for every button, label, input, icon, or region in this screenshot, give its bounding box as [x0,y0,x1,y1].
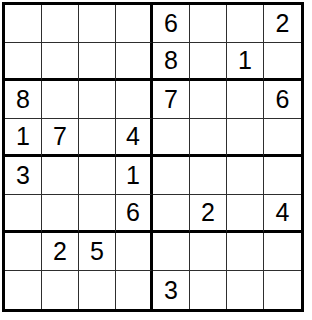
cell-r4c8[interactable] [264,119,301,157]
cell-r2c5[interactable]: 8 [153,43,190,81]
cell-r8c2[interactable] [42,271,79,309]
cell-r3c2[interactable] [42,81,79,119]
cell-r2c6[interactable] [190,43,227,81]
cell-r7c8[interactable] [264,233,301,271]
cell-r7c1[interactable] [5,233,42,271]
cell-r4c4[interactable]: 4 [116,119,153,157]
cell-r1c4[interactable] [116,5,153,43]
cell-r4c3[interactable] [79,119,116,157]
cell-r8c1[interactable] [5,271,42,309]
cell-r8c4[interactable] [116,271,153,309]
cell-r1c1[interactable] [5,5,42,43]
cell-r5c8[interactable] [264,157,301,195]
page-background: 628187617431624253 [0,0,312,320]
cell-r1c5[interactable]: 6 [153,5,190,43]
cell-r5c4[interactable]: 1 [116,157,153,195]
cell-r7c4[interactable] [116,233,153,271]
cell-r2c8[interactable] [264,43,301,81]
cell-r8c7[interactable] [227,271,264,309]
cell-r5c1[interactable]: 3 [5,157,42,195]
cell-r4c2[interactable]: 7 [42,119,79,157]
cell-r4c5[interactable] [153,119,190,157]
cell-r4c1[interactable]: 1 [5,119,42,157]
cell-r7c7[interactable] [227,233,264,271]
cell-r1c7[interactable] [227,5,264,43]
cell-r5c7[interactable] [227,157,264,195]
cell-r3c4[interactable] [116,81,153,119]
cell-r5c6[interactable] [190,157,227,195]
cell-r3c3[interactable] [79,81,116,119]
cell-r1c2[interactable] [42,5,79,43]
cell-r2c7[interactable]: 1 [227,43,264,81]
cell-r7c6[interactable] [190,233,227,271]
cell-r1c8[interactable]: 2 [264,5,301,43]
cell-r3c1[interactable]: 8 [5,81,42,119]
cell-r3c5[interactable]: 7 [153,81,190,119]
cell-r7c2[interactable]: 2 [42,233,79,271]
cell-r7c3[interactable]: 5 [79,233,116,271]
cell-r7c5[interactable] [153,233,190,271]
cell-r1c3[interactable] [79,5,116,43]
cell-r1c6[interactable] [190,5,227,43]
cell-r6c2[interactable] [42,195,79,233]
cell-r5c5[interactable] [153,157,190,195]
cell-r2c3[interactable] [79,43,116,81]
cell-r8c5[interactable]: 3 [153,271,190,309]
cell-r8c8[interactable] [264,271,301,309]
cell-r6c7[interactable] [227,195,264,233]
cell-r2c1[interactable] [5,43,42,81]
cell-r3c6[interactable] [190,81,227,119]
cell-r6c6[interactable]: 2 [190,195,227,233]
cell-r3c8[interactable]: 6 [264,81,301,119]
cell-r8c6[interactable] [190,271,227,309]
cell-r2c2[interactable] [42,43,79,81]
cell-r3c7[interactable] [227,81,264,119]
cell-r6c4[interactable]: 6 [116,195,153,233]
cell-r6c8[interactable]: 4 [264,195,301,233]
cell-r6c1[interactable] [5,195,42,233]
cell-r6c5[interactable] [153,195,190,233]
cell-r6c3[interactable] [79,195,116,233]
cell-r2c4[interactable] [116,43,153,81]
cell-r4c6[interactable] [190,119,227,157]
cell-r5c2[interactable] [42,157,79,195]
cell-r4c7[interactable] [227,119,264,157]
cell-r8c3[interactable] [79,271,116,309]
sudoku-board: 628187617431624253 [2,2,304,312]
cell-r5c3[interactable] [79,157,116,195]
